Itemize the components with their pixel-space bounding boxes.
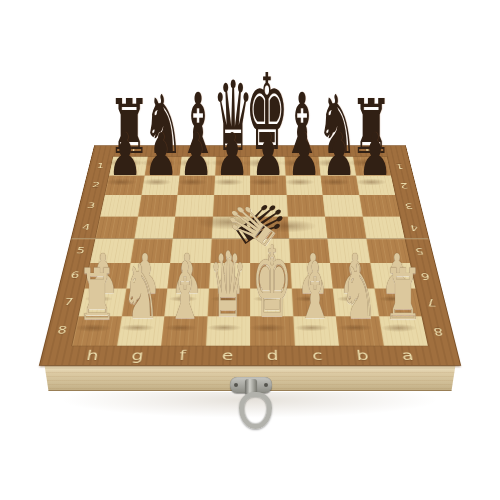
rank-label-right-2: 2 [391,175,418,195]
file-label-h: h [68,346,117,365]
square-b3 [323,195,363,216]
file-label-c: c [294,346,341,365]
file-label-d: d [250,346,296,365]
chess-set-photo: hgfedcba hgfedcba 12345678 12345678 ♜♞♝♛… [0,0,500,500]
file-label-b: b [339,346,387,365]
latch-screw [234,383,238,387]
rank-label-right-3: 3 [395,195,423,216]
file-label-a: a [383,346,432,365]
file-label-g: g [114,346,162,365]
rank-label-left-3: 3 [77,195,105,216]
latch-ring-icon [239,392,272,429]
latch-screw [264,383,268,387]
rank-label-right-4: 4 [400,216,429,239]
file-labels-bottom: hgfedcba [68,346,432,365]
square-a4 [362,216,404,239]
square-a3 [359,195,400,216]
rank-label-right-8: 8 [421,316,455,346]
square-g4 [134,216,175,239]
square-b4 [325,216,366,239]
square-g3 [138,195,178,216]
file-label-e: e [205,346,251,365]
square-f3 [175,195,214,216]
rank-label-left-4: 4 [72,216,101,239]
file-label-f: f [159,346,206,365]
square-h4 [95,216,137,239]
square-h3 [100,195,141,216]
